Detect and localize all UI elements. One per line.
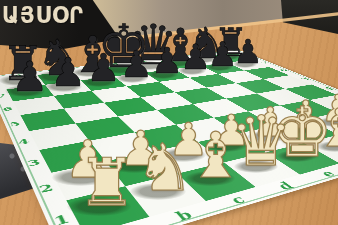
photo-scene: 8877665544332211aabbccddeeffgghh ♜♞♝♟♛♟♚… [0,0,338,225]
watermark-logo: ԱՅՍՕՐ [2,2,84,29]
